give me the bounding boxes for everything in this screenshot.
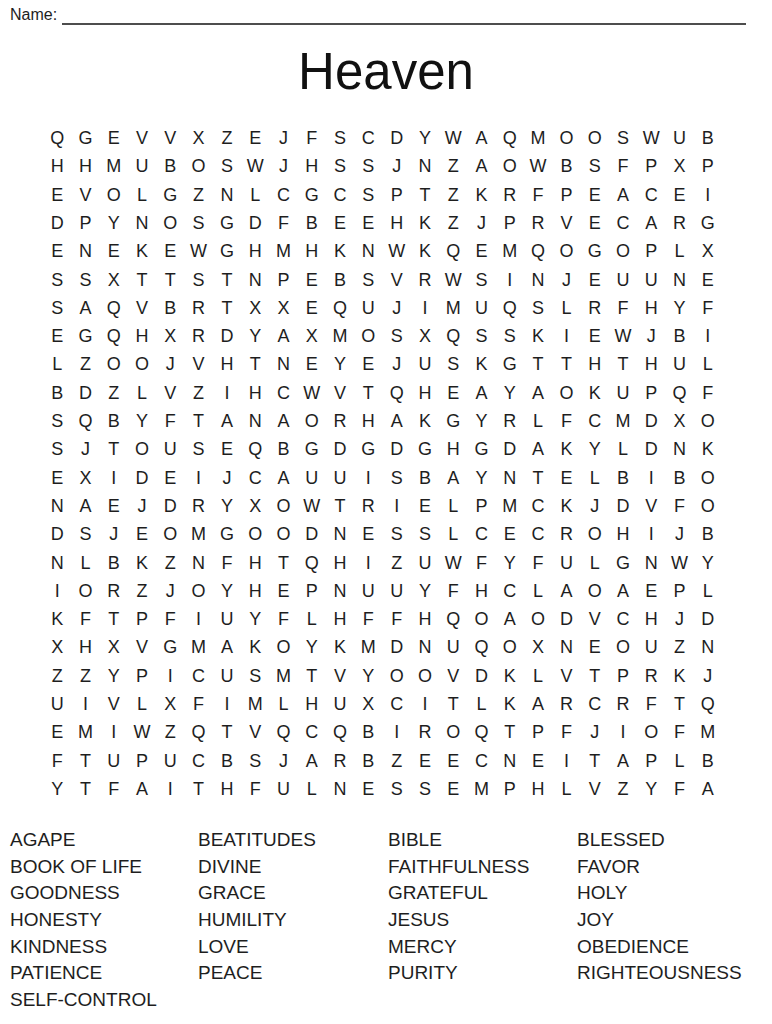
grid-cell[interactable]: F xyxy=(382,605,410,633)
grid-cell[interactable]: X xyxy=(156,690,184,718)
grid-cell[interactable]: Y xyxy=(213,577,241,605)
grid-cell[interactable]: J xyxy=(269,152,297,180)
grid-cell[interactable]: I xyxy=(354,463,382,491)
grid-cell[interactable]: Q xyxy=(241,435,269,463)
grid-cell[interactable]: H xyxy=(609,520,637,548)
grid-cell[interactable]: K xyxy=(326,237,354,265)
grid-cell[interactable]: Q xyxy=(496,124,524,152)
grid-cell[interactable]: T xyxy=(71,746,99,774)
grid-cell[interactable]: A xyxy=(609,181,637,209)
grid-cell[interactable]: O xyxy=(269,520,297,548)
grid-cell[interactable]: I xyxy=(637,520,665,548)
grid-cell[interactable]: K xyxy=(694,435,722,463)
grid-cell[interactable]: D xyxy=(71,379,99,407)
grid-cell[interactable]: M xyxy=(326,322,354,350)
grid-cell[interactable]: Z xyxy=(439,181,467,209)
grid-cell[interactable]: V xyxy=(439,662,467,690)
grid-cell[interactable]: Q xyxy=(184,718,212,746)
grid-cell[interactable]: S xyxy=(43,265,71,293)
grid-cell[interactable]: F xyxy=(43,746,71,774)
grid-cell[interactable]: Y xyxy=(467,407,495,435)
grid-cell[interactable]: I xyxy=(354,548,382,576)
grid-cell[interactable]: E xyxy=(439,775,467,803)
grid-cell[interactable]: S xyxy=(184,265,212,293)
grid-cell[interactable]: W xyxy=(184,237,212,265)
grid-cell[interactable]: M xyxy=(100,152,128,180)
grid-cell[interactable]: O xyxy=(694,492,722,520)
grid-cell[interactable]: F xyxy=(269,209,297,237)
grid-cell[interactable]: Q xyxy=(524,237,552,265)
grid-cell[interactable]: D xyxy=(467,662,495,690)
grid-cell[interactable]: Q xyxy=(496,294,524,322)
grid-cell[interactable]: K xyxy=(496,662,524,690)
grid-cell[interactable]: I xyxy=(637,463,665,491)
grid-cell[interactable]: O xyxy=(609,633,637,661)
grid-cell[interactable]: W xyxy=(439,548,467,576)
grid-cell[interactable]: I xyxy=(184,605,212,633)
grid-cell[interactable]: E xyxy=(581,633,609,661)
grid-cell[interactable]: E xyxy=(354,775,382,803)
grid-cell[interactable]: X xyxy=(694,237,722,265)
grid-cell[interactable]: E xyxy=(665,181,693,209)
grid-cell[interactable]: E xyxy=(439,746,467,774)
grid-cell[interactable]: N xyxy=(496,746,524,774)
grid-cell[interactable]: R xyxy=(326,746,354,774)
grid-cell[interactable]: M xyxy=(609,407,637,435)
grid-cell[interactable]: W xyxy=(665,548,693,576)
grid-cell[interactable]: A xyxy=(524,690,552,718)
grid-cell[interactable]: C xyxy=(269,181,297,209)
grid-cell[interactable]: Z xyxy=(382,746,410,774)
grid-cell[interactable]: P xyxy=(496,209,524,237)
grid-cell[interactable]: D xyxy=(43,209,71,237)
grid-cell[interactable]: O xyxy=(637,718,665,746)
grid-cell[interactable]: N xyxy=(496,463,524,491)
grid-cell[interactable]: U xyxy=(213,605,241,633)
grid-cell[interactable]: U xyxy=(439,633,467,661)
grid-cell[interactable]: J xyxy=(665,520,693,548)
grid-cell[interactable]: X xyxy=(241,294,269,322)
grid-cell[interactable]: T xyxy=(213,718,241,746)
grid-cell[interactable]: U xyxy=(467,294,495,322)
grid-cell[interactable]: E xyxy=(581,322,609,350)
grid-cell[interactable]: N xyxy=(326,775,354,803)
grid-cell[interactable]: U xyxy=(411,548,439,576)
grid-cell[interactable]: B xyxy=(609,463,637,491)
grid-cell[interactable]: L xyxy=(71,548,99,576)
grid-cell[interactable]: M xyxy=(241,690,269,718)
grid-cell[interactable]: S xyxy=(241,746,269,774)
grid-cell[interactable]: I xyxy=(43,577,71,605)
grid-cell[interactable]: S xyxy=(354,265,382,293)
grid-cell[interactable]: A xyxy=(213,633,241,661)
grid-cell[interactable]: R xyxy=(552,520,580,548)
grid-cell[interactable]: Q xyxy=(326,294,354,322)
grid-cell[interactable]: T xyxy=(411,181,439,209)
grid-cell[interactable]: S xyxy=(467,265,495,293)
grid-cell[interactable]: V xyxy=(382,265,410,293)
grid-cell[interactable]: Y xyxy=(665,294,693,322)
grid-cell[interactable]: S xyxy=(382,520,410,548)
grid-cell[interactable]: B xyxy=(100,548,128,576)
grid-cell[interactable]: Q xyxy=(71,407,99,435)
grid-cell[interactable]: W xyxy=(241,152,269,180)
grid-cell[interactable]: D xyxy=(637,435,665,463)
grid-cell[interactable]: N xyxy=(411,152,439,180)
grid-cell[interactable]: U xyxy=(156,435,184,463)
grid-cell[interactable]: H xyxy=(326,605,354,633)
grid-cell[interactable]: H xyxy=(241,577,269,605)
grid-cell[interactable]: O xyxy=(71,577,99,605)
grid-cell[interactable]: R xyxy=(581,294,609,322)
grid-cell[interactable]: K xyxy=(128,237,156,265)
grid-cell[interactable]: O xyxy=(694,407,722,435)
grid-cell[interactable]: S xyxy=(524,294,552,322)
grid-cell[interactable]: Q xyxy=(439,605,467,633)
grid-cell[interactable]: B xyxy=(43,379,71,407)
grid-cell[interactable]: Q xyxy=(100,322,128,350)
grid-cell[interactable]: F xyxy=(467,548,495,576)
grid-cell[interactable]: I xyxy=(382,492,410,520)
grid-cell[interactable]: K xyxy=(128,548,156,576)
grid-cell[interactable]: Y xyxy=(128,407,156,435)
grid-cell[interactable]: A xyxy=(552,577,580,605)
grid-cell[interactable]: S xyxy=(411,775,439,803)
grid-cell[interactable]: X xyxy=(71,463,99,491)
grid-cell[interactable]: W xyxy=(439,265,467,293)
grid-cell[interactable]: S xyxy=(326,124,354,152)
grid-cell[interactable]: G xyxy=(694,209,722,237)
grid-cell[interactable]: N xyxy=(354,237,382,265)
grid-cell[interactable]: B xyxy=(298,209,326,237)
grid-cell[interactable]: T xyxy=(581,746,609,774)
grid-cell[interactable]: O xyxy=(100,350,128,378)
grid-cell[interactable]: Z xyxy=(382,548,410,576)
grid-cell[interactable]: P xyxy=(382,181,410,209)
grid-cell[interactable]: G xyxy=(439,407,467,435)
grid-cell[interactable]: C xyxy=(609,209,637,237)
grid-cell[interactable]: L xyxy=(552,294,580,322)
grid-cell[interactable]: K xyxy=(581,379,609,407)
grid-cell[interactable]: S xyxy=(241,662,269,690)
grid-cell[interactable]: O xyxy=(382,662,410,690)
grid-cell[interactable]: V xyxy=(71,181,99,209)
grid-cell[interactable]: R xyxy=(552,690,580,718)
grid-cell[interactable]: J xyxy=(552,265,580,293)
grid-cell[interactable]: B xyxy=(354,718,382,746)
grid-cell[interactable]: N xyxy=(665,265,693,293)
grid-cell[interactable]: B xyxy=(156,152,184,180)
grid-cell[interactable]: C xyxy=(326,181,354,209)
grid-cell[interactable]: D xyxy=(694,605,722,633)
grid-cell[interactable]: K xyxy=(326,633,354,661)
grid-cell[interactable]: F xyxy=(694,294,722,322)
grid-cell[interactable]: H xyxy=(241,379,269,407)
grid-cell[interactable]: T xyxy=(269,548,297,576)
grid-cell[interactable]: F xyxy=(241,775,269,803)
grid-cell[interactable]: P xyxy=(128,746,156,774)
grid-cell[interactable]: L xyxy=(128,690,156,718)
grid-cell[interactable]: K xyxy=(411,407,439,435)
grid-cell[interactable]: Y xyxy=(354,662,382,690)
grid-cell[interactable]: A xyxy=(439,463,467,491)
grid-cell[interactable]: N xyxy=(241,265,269,293)
grid-cell[interactable]: J xyxy=(269,124,297,152)
grid-cell[interactable]: J xyxy=(382,152,410,180)
grid-cell[interactable]: S xyxy=(609,124,637,152)
grid-cell[interactable]: N xyxy=(241,407,269,435)
grid-cell[interactable]: N xyxy=(71,237,99,265)
grid-cell[interactable]: J xyxy=(665,605,693,633)
grid-cell[interactable]: S xyxy=(43,407,71,435)
grid-cell[interactable]: F xyxy=(552,718,580,746)
grid-cell[interactable]: Q xyxy=(326,718,354,746)
grid-cell[interactable]: F xyxy=(298,124,326,152)
grid-cell[interactable]: E xyxy=(326,209,354,237)
grid-cell[interactable]: Z xyxy=(213,124,241,152)
grid-cell[interactable]: G xyxy=(213,237,241,265)
grid-cell[interactable]: E xyxy=(298,294,326,322)
grid-cell[interactable]: D xyxy=(128,463,156,491)
grid-cell[interactable]: X xyxy=(269,294,297,322)
grid-cell[interactable]: T xyxy=(524,463,552,491)
grid-cell[interactable]: O xyxy=(184,152,212,180)
grid-cell[interactable]: F xyxy=(609,152,637,180)
grid-cell[interactable]: Q xyxy=(665,379,693,407)
grid-cell[interactable]: G xyxy=(581,237,609,265)
grid-cell[interactable]: E xyxy=(411,746,439,774)
grid-cell[interactable]: V xyxy=(552,662,580,690)
grid-cell[interactable]: C xyxy=(467,520,495,548)
grid-cell[interactable]: D xyxy=(382,633,410,661)
grid-cell[interactable]: I xyxy=(694,181,722,209)
grid-cell[interactable]: O xyxy=(241,520,269,548)
grid-cell[interactable]: L xyxy=(524,662,552,690)
grid-cell[interactable]: G xyxy=(354,435,382,463)
grid-cell[interactable]: C xyxy=(298,718,326,746)
grid-cell[interactable]: Z xyxy=(609,775,637,803)
grid-cell[interactable]: Y xyxy=(637,775,665,803)
grid-cell[interactable]: O xyxy=(184,577,212,605)
grid-cell[interactable]: T xyxy=(213,265,241,293)
grid-cell[interactable]: K xyxy=(467,350,495,378)
grid-cell[interactable]: R xyxy=(496,407,524,435)
grid-cell[interactable]: A xyxy=(71,294,99,322)
grid-cell[interactable]: F xyxy=(609,294,637,322)
grid-cell[interactable]: A xyxy=(496,605,524,633)
grid-cell[interactable]: A xyxy=(128,775,156,803)
grid-cell[interactable]: U xyxy=(637,265,665,293)
grid-cell[interactable]: D xyxy=(382,435,410,463)
grid-cell[interactable]: C xyxy=(467,746,495,774)
grid-cell[interactable]: K xyxy=(411,237,439,265)
grid-cell[interactable]: Z xyxy=(71,350,99,378)
grid-cell[interactable]: Z xyxy=(71,662,99,690)
grid-cell[interactable]: E xyxy=(467,237,495,265)
grid-cell[interactable]: Q xyxy=(100,294,128,322)
grid-cell[interactable]: A xyxy=(609,577,637,605)
grid-cell[interactable]: L xyxy=(467,690,495,718)
grid-cell[interactable]: F xyxy=(524,548,552,576)
grid-cell[interactable]: Q xyxy=(467,633,495,661)
grid-cell[interactable]: F xyxy=(156,407,184,435)
grid-cell[interactable]: Y xyxy=(694,548,722,576)
grid-cell[interactable]: W xyxy=(524,152,552,180)
grid-cell[interactable]: A xyxy=(467,124,495,152)
grid-cell[interactable]: D xyxy=(496,435,524,463)
grid-cell[interactable]: T xyxy=(100,435,128,463)
grid-cell[interactable]: N xyxy=(665,435,693,463)
grid-cell[interactable]: D xyxy=(298,520,326,548)
grid-cell[interactable]: W xyxy=(382,237,410,265)
grid-cell[interactable]: H xyxy=(298,152,326,180)
grid-cell[interactable]: B xyxy=(665,322,693,350)
grid-cell[interactable]: S xyxy=(71,265,99,293)
grid-cell[interactable]: Q xyxy=(269,718,297,746)
grid-cell[interactable]: I xyxy=(382,718,410,746)
grid-cell[interactable]: O xyxy=(411,662,439,690)
grid-cell[interactable]: H xyxy=(411,605,439,633)
grid-cell[interactable]: C xyxy=(581,690,609,718)
grid-cell[interactable]: S xyxy=(43,435,71,463)
grid-cell[interactable]: U xyxy=(609,265,637,293)
grid-cell[interactable]: L xyxy=(128,379,156,407)
grid-cell[interactable]: O xyxy=(581,520,609,548)
grid-cell[interactable]: N xyxy=(128,209,156,237)
grid-cell[interactable]: G xyxy=(213,209,241,237)
grid-cell[interactable]: S xyxy=(467,322,495,350)
grid-cell[interactable]: M xyxy=(269,662,297,690)
grid-cell[interactable]: O xyxy=(581,124,609,152)
grid-cell[interactable]: L xyxy=(694,350,722,378)
grid-cell[interactable]: V xyxy=(100,690,128,718)
grid-cell[interactable]: S xyxy=(326,152,354,180)
grid-cell[interactable]: F xyxy=(665,492,693,520)
grid-cell[interactable]: O xyxy=(552,379,580,407)
grid-cell[interactable]: D xyxy=(156,492,184,520)
grid-cell[interactable]: I xyxy=(609,718,637,746)
grid-cell[interactable]: I xyxy=(213,379,241,407)
grid-cell[interactable]: B xyxy=(694,520,722,548)
grid-cell[interactable]: F xyxy=(439,577,467,605)
grid-cell[interactable]: I xyxy=(694,322,722,350)
grid-cell[interactable]: O xyxy=(496,152,524,180)
grid-cell[interactable]: Z xyxy=(665,633,693,661)
grid-cell[interactable]: B xyxy=(100,407,128,435)
grid-cell[interactable]: Y xyxy=(496,379,524,407)
grid-cell[interactable]: J xyxy=(382,294,410,322)
grid-cell[interactable]: F xyxy=(637,690,665,718)
grid-cell[interactable]: Y xyxy=(581,435,609,463)
grid-cell[interactable]: A xyxy=(694,775,722,803)
grid-cell[interactable]: V xyxy=(326,662,354,690)
grid-cell[interactable]: H xyxy=(213,350,241,378)
grid-cell[interactable]: B xyxy=(552,152,580,180)
grid-cell[interactable]: W xyxy=(298,492,326,520)
grid-cell[interactable]: O xyxy=(496,633,524,661)
grid-cell[interactable]: E xyxy=(581,181,609,209)
grid-cell[interactable]: N xyxy=(184,548,212,576)
grid-cell[interactable]: X xyxy=(411,322,439,350)
grid-cell[interactable]: A xyxy=(524,435,552,463)
grid-cell[interactable]: U xyxy=(156,746,184,774)
grid-cell[interactable]: X xyxy=(665,152,693,180)
grid-cell[interactable]: O xyxy=(439,718,467,746)
grid-cell[interactable]: J xyxy=(694,662,722,690)
grid-cell[interactable]: E xyxy=(298,350,326,378)
grid-cell[interactable]: V xyxy=(326,379,354,407)
grid-cell[interactable]: B xyxy=(665,463,693,491)
grid-cell[interactable]: L xyxy=(43,350,71,378)
grid-cell[interactable]: D xyxy=(326,435,354,463)
grid-cell[interactable]: C xyxy=(382,690,410,718)
grid-cell[interactable]: V xyxy=(637,492,665,520)
grid-cell[interactable]: R xyxy=(411,718,439,746)
grid-cell[interactable]: G xyxy=(496,350,524,378)
grid-cell[interactable]: W xyxy=(439,124,467,152)
grid-cell[interactable]: G xyxy=(298,435,326,463)
grid-cell[interactable]: B xyxy=(156,294,184,322)
grid-cell[interactable]: Q xyxy=(298,548,326,576)
grid-cell[interactable]: A xyxy=(524,379,552,407)
grid-cell[interactable]: G xyxy=(467,435,495,463)
grid-cell[interactable]: H xyxy=(241,548,269,576)
grid-cell[interactable]: L xyxy=(581,463,609,491)
grid-cell[interactable]: H xyxy=(71,633,99,661)
grid-cell[interactable]: R xyxy=(524,209,552,237)
grid-cell[interactable]: L xyxy=(128,181,156,209)
grid-cell[interactable]: I xyxy=(411,690,439,718)
grid-cell[interactable]: R xyxy=(665,209,693,237)
grid-cell[interactable]: E xyxy=(524,746,552,774)
grid-cell[interactable]: L xyxy=(241,181,269,209)
grid-cell[interactable]: R xyxy=(184,492,212,520)
grid-cell[interactable]: F xyxy=(665,775,693,803)
grid-cell[interactable]: U xyxy=(213,662,241,690)
grid-cell[interactable]: U xyxy=(326,463,354,491)
grid-cell[interactable]: I xyxy=(156,775,184,803)
grid-cell[interactable]: I xyxy=(156,662,184,690)
grid-cell[interactable]: H xyxy=(128,322,156,350)
grid-cell[interactable]: M xyxy=(269,237,297,265)
grid-cell[interactable]: T xyxy=(128,265,156,293)
grid-cell[interactable]: H xyxy=(581,350,609,378)
grid-cell[interactable]: Y xyxy=(298,633,326,661)
grid-cell[interactable]: P xyxy=(467,492,495,520)
grid-cell[interactable]: E xyxy=(269,577,297,605)
grid-cell[interactable]: N xyxy=(326,520,354,548)
grid-cell[interactable]: T xyxy=(581,662,609,690)
grid-cell[interactable]: B xyxy=(694,746,722,774)
grid-cell[interactable]: N xyxy=(552,633,580,661)
grid-cell[interactable]: U xyxy=(354,577,382,605)
grid-cell[interactable]: A xyxy=(213,407,241,435)
grid-cell[interactable]: N xyxy=(43,548,71,576)
grid-cell[interactable]: M xyxy=(524,124,552,152)
grid-cell[interactable]: H xyxy=(411,379,439,407)
grid-cell[interactable]: E xyxy=(43,237,71,265)
grid-cell[interactable]: L xyxy=(439,520,467,548)
grid-cell[interactable]: D xyxy=(241,209,269,237)
grid-cell[interactable]: L xyxy=(694,577,722,605)
grid-cell[interactable]: E xyxy=(581,209,609,237)
grid-cell[interactable]: Z xyxy=(184,379,212,407)
grid-cell[interactable]: Z xyxy=(156,718,184,746)
grid-cell[interactable]: O xyxy=(269,633,297,661)
grid-cell[interactable]: T xyxy=(71,775,99,803)
grid-cell[interactable]: N xyxy=(326,577,354,605)
grid-cell[interactable]: O xyxy=(156,209,184,237)
